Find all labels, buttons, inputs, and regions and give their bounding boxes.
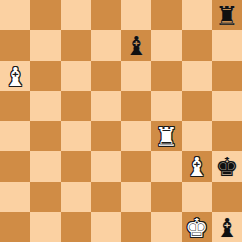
- square-f8[interactable]: [151, 0, 181, 30]
- piece-black-bishop[interactable]: ♝: [215, 213, 238, 242]
- square-h4[interactable]: [212, 121, 242, 151]
- square-c3[interactable]: [61, 151, 91, 181]
- square-b6[interactable]: [30, 61, 60, 91]
- square-f1[interactable]: [151, 212, 181, 242]
- square-h1[interactable]: ♝: [212, 212, 242, 242]
- square-h2[interactable]: [212, 182, 242, 212]
- square-g2[interactable]: [182, 182, 212, 212]
- square-a3[interactable]: [0, 151, 30, 181]
- square-g7[interactable]: [182, 30, 212, 60]
- square-a7[interactable]: [0, 30, 30, 60]
- square-a8[interactable]: [0, 0, 30, 30]
- square-g4[interactable]: [182, 121, 212, 151]
- square-f4[interactable]: ♜: [151, 121, 181, 151]
- square-h7[interactable]: [212, 30, 242, 60]
- square-e3[interactable]: [121, 151, 151, 181]
- square-d8[interactable]: [91, 0, 121, 30]
- square-b8[interactable]: [30, 0, 60, 30]
- piece-black-bishop[interactable]: ♝: [124, 31, 147, 60]
- square-e4[interactable]: [121, 121, 151, 151]
- piece-white-bishop[interactable]: ♝: [3, 62, 26, 91]
- square-f3[interactable]: [151, 151, 181, 181]
- square-d5[interactable]: [91, 91, 121, 121]
- square-d2[interactable]: [91, 182, 121, 212]
- square-e2[interactable]: [121, 182, 151, 212]
- square-h6[interactable]: [212, 61, 242, 91]
- square-c4[interactable]: [61, 121, 91, 151]
- square-b3[interactable]: [30, 151, 60, 181]
- square-c2[interactable]: [61, 182, 91, 212]
- square-f6[interactable]: [151, 61, 181, 91]
- square-e5[interactable]: [121, 91, 151, 121]
- square-d6[interactable]: [91, 61, 121, 91]
- square-e7[interactable]: ♝: [121, 30, 151, 60]
- chess-board-window: ♜♝♝♜♝♚♚♝: [0, 0, 242, 242]
- square-b5[interactable]: [30, 91, 60, 121]
- square-b2[interactable]: [30, 182, 60, 212]
- square-a2[interactable]: [0, 182, 30, 212]
- square-c6[interactable]: [61, 61, 91, 91]
- square-d7[interactable]: [91, 30, 121, 60]
- square-b1[interactable]: [30, 212, 60, 242]
- square-f5[interactable]: [151, 91, 181, 121]
- square-d1[interactable]: [91, 212, 121, 242]
- square-g1[interactable]: ♚: [182, 212, 212, 242]
- square-g5[interactable]: [182, 91, 212, 121]
- square-b4[interactable]: [30, 121, 60, 151]
- chess-board: ♜♝♝♜♝♚♚♝: [0, 0, 242, 242]
- square-c5[interactable]: [61, 91, 91, 121]
- square-c8[interactable]: [61, 0, 91, 30]
- square-a6[interactable]: ♝: [0, 61, 30, 91]
- square-b7[interactable]: [30, 30, 60, 60]
- square-a5[interactable]: [0, 91, 30, 121]
- square-d4[interactable]: [91, 121, 121, 151]
- piece-white-king[interactable]: ♚: [185, 213, 208, 242]
- square-a1[interactable]: [0, 212, 30, 242]
- square-e8[interactable]: [121, 0, 151, 30]
- square-a4[interactable]: [0, 121, 30, 151]
- piece-black-rook[interactable]: ♜: [215, 1, 238, 30]
- square-h3[interactable]: ♚: [212, 151, 242, 181]
- square-c7[interactable]: [61, 30, 91, 60]
- square-g3[interactable]: ♝: [182, 151, 212, 181]
- square-d3[interactable]: [91, 151, 121, 181]
- square-f7[interactable]: [151, 30, 181, 60]
- piece-black-king[interactable]: ♚: [215, 152, 238, 181]
- square-c1[interactable]: [61, 212, 91, 242]
- square-e1[interactable]: [121, 212, 151, 242]
- square-h8[interactable]: ♜: [212, 0, 242, 30]
- square-h5[interactable]: [212, 91, 242, 121]
- piece-white-rook[interactable]: ♜: [155, 122, 178, 151]
- square-g8[interactable]: [182, 0, 212, 30]
- square-g6[interactable]: [182, 61, 212, 91]
- square-e6[interactable]: [121, 61, 151, 91]
- square-f2[interactable]: [151, 182, 181, 212]
- piece-white-bishop[interactable]: ♝: [185, 152, 208, 181]
